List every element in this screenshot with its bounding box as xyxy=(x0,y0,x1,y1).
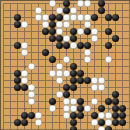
star-point xyxy=(66,66,68,68)
white-stone xyxy=(77,0,84,7)
go-board[interactable] xyxy=(0,0,130,130)
white-stone xyxy=(35,119,42,126)
black-stone xyxy=(70,70,77,77)
white-stone xyxy=(63,112,70,119)
black-stone xyxy=(63,42,70,49)
black-stone xyxy=(105,14,112,21)
black-stone xyxy=(84,77,91,84)
black-stone xyxy=(119,112,126,119)
black-stone xyxy=(98,105,105,112)
white-stone xyxy=(56,77,63,84)
white-stone xyxy=(91,77,98,84)
white-stone xyxy=(70,7,77,14)
white-stone xyxy=(91,28,98,35)
white-stone xyxy=(28,98,35,105)
white-stone xyxy=(49,105,56,112)
black-stone xyxy=(49,98,56,105)
white-stone xyxy=(56,70,63,77)
black-stone xyxy=(105,98,112,105)
black-stone xyxy=(112,119,119,126)
black-stone xyxy=(42,49,49,56)
white-stone xyxy=(105,119,112,126)
white-stone xyxy=(63,105,70,112)
black-stone xyxy=(98,7,105,14)
black-stone xyxy=(56,14,63,21)
white-stone xyxy=(70,14,77,21)
black-stone xyxy=(112,105,119,112)
white-stone xyxy=(77,14,84,21)
white-stone xyxy=(28,91,35,98)
black-stone xyxy=(105,126,112,130)
white-stone xyxy=(84,0,91,7)
white-stone xyxy=(84,56,91,63)
white-stone xyxy=(21,21,28,28)
white-stone xyxy=(84,105,91,112)
black-stone xyxy=(70,119,77,126)
white-stone xyxy=(98,112,105,119)
black-stone xyxy=(112,98,119,105)
white-stone xyxy=(98,84,105,91)
black-stone xyxy=(70,126,77,130)
black-stone xyxy=(63,7,70,14)
black-stone xyxy=(63,91,70,98)
white-stone xyxy=(63,35,70,42)
white-stone xyxy=(42,21,49,28)
star-point xyxy=(108,108,110,110)
black-stone xyxy=(77,42,84,49)
black-stone xyxy=(70,63,77,70)
star-point xyxy=(24,66,26,68)
white-stone xyxy=(21,49,28,56)
white-stone xyxy=(77,28,84,35)
black-stone xyxy=(56,42,63,49)
star-point xyxy=(108,66,110,68)
white-stone xyxy=(70,42,77,49)
white-stone xyxy=(84,49,91,56)
black-stone xyxy=(14,21,21,28)
white-stone xyxy=(21,42,28,49)
white-stone xyxy=(70,98,77,105)
black-stone xyxy=(98,119,105,126)
black-stone xyxy=(91,14,98,21)
white-stone xyxy=(63,21,70,28)
black-stone xyxy=(112,112,119,119)
black-stone xyxy=(14,119,21,126)
white-stone xyxy=(35,14,42,21)
black-stone xyxy=(14,14,21,21)
black-stone xyxy=(105,28,112,35)
white-stone xyxy=(63,98,70,105)
black-stone xyxy=(91,112,98,119)
black-stone xyxy=(119,119,126,126)
white-stone xyxy=(49,0,56,7)
black-stone xyxy=(77,98,84,105)
white-stone xyxy=(105,56,112,63)
black-stone xyxy=(119,105,126,112)
black-stone xyxy=(28,112,35,119)
white-stone xyxy=(84,14,91,21)
white-stone xyxy=(56,63,63,70)
black-stone xyxy=(49,56,56,63)
white-stone xyxy=(21,70,28,77)
black-stone xyxy=(49,14,56,21)
white-stone xyxy=(91,35,98,42)
black-stone xyxy=(112,14,119,21)
white-stone xyxy=(21,77,28,84)
black-stone xyxy=(77,77,84,84)
white-stone xyxy=(63,70,70,77)
black-stone xyxy=(21,84,28,91)
white-stone xyxy=(35,7,42,14)
black-stone xyxy=(49,21,56,28)
black-stone xyxy=(70,112,77,119)
black-stone xyxy=(70,35,77,42)
black-stone xyxy=(42,28,49,35)
black-stone xyxy=(63,0,70,7)
black-stone xyxy=(77,105,84,112)
black-stone xyxy=(14,77,21,84)
white-stone xyxy=(56,28,63,35)
white-stone xyxy=(56,91,63,98)
black-stone xyxy=(21,112,28,119)
black-stone xyxy=(84,42,91,49)
white-stone xyxy=(70,105,77,112)
white-stone xyxy=(84,21,91,28)
black-stone xyxy=(112,91,119,98)
black-stone xyxy=(21,119,28,126)
black-stone xyxy=(14,84,21,91)
white-stone xyxy=(42,14,49,21)
white-stone xyxy=(91,84,98,91)
white-stone xyxy=(98,77,105,84)
white-stone xyxy=(49,70,56,77)
black-stone xyxy=(14,42,21,49)
white-stone xyxy=(56,21,63,28)
white-stone xyxy=(91,98,98,105)
white-stone xyxy=(91,119,98,126)
black-stone xyxy=(14,70,21,77)
black-stone xyxy=(112,35,119,42)
black-stone xyxy=(77,112,84,119)
black-stone xyxy=(56,35,63,42)
black-stone xyxy=(98,0,105,7)
star-point xyxy=(24,108,26,110)
white-stone xyxy=(35,112,42,119)
white-stone xyxy=(28,63,35,70)
black-stone xyxy=(70,84,77,91)
black-stone xyxy=(49,35,56,42)
black-stone xyxy=(63,84,70,91)
white-stone xyxy=(63,14,70,21)
white-stone xyxy=(63,56,70,63)
black-stone xyxy=(105,42,112,49)
white-stone xyxy=(98,126,105,130)
black-stone xyxy=(49,28,56,35)
white-stone xyxy=(28,84,35,91)
black-stone xyxy=(84,28,91,35)
black-stone xyxy=(77,70,84,77)
white-stone xyxy=(105,112,112,119)
white-stone xyxy=(56,7,63,14)
star-point xyxy=(108,24,110,26)
black-stone xyxy=(70,77,77,84)
black-stone xyxy=(70,28,77,35)
